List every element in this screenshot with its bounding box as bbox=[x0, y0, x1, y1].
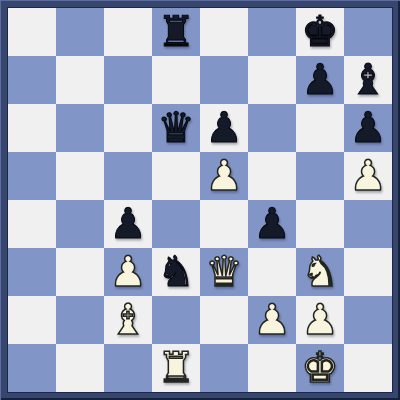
square-d8[interactable]: ♜ bbox=[152, 8, 200, 56]
square-g8[interactable]: ♚ bbox=[296, 8, 344, 56]
square-b1[interactable] bbox=[56, 344, 104, 392]
square-b4[interactable] bbox=[56, 200, 104, 248]
square-h7[interactable]: ♝ bbox=[344, 56, 392, 104]
square-f2[interactable]: ♟ bbox=[248, 296, 296, 344]
piece-white-pawn[interactable]: ♟ bbox=[253, 296, 291, 344]
square-h8[interactable] bbox=[344, 8, 392, 56]
piece-black-pawn[interactable]: ♟ bbox=[253, 200, 291, 248]
square-f5[interactable] bbox=[248, 152, 296, 200]
square-g7[interactable]: ♟ bbox=[296, 56, 344, 104]
square-a7[interactable] bbox=[8, 56, 56, 104]
square-h5[interactable]: ♟ bbox=[344, 152, 392, 200]
square-e8[interactable] bbox=[200, 8, 248, 56]
square-e6[interactable]: ♟ bbox=[200, 104, 248, 152]
piece-white-pawn[interactable]: ♟ bbox=[205, 152, 243, 200]
square-c4[interactable]: ♟ bbox=[104, 200, 152, 248]
square-h4[interactable] bbox=[344, 200, 392, 248]
square-b6[interactable] bbox=[56, 104, 104, 152]
chess-board-frame: ♜♚♟♝♛♟♟♟♟♟♟♟♞♛♞♝♟♟♜♚ bbox=[0, 0, 400, 400]
square-d7[interactable] bbox=[152, 56, 200, 104]
piece-black-king[interactable]: ♚ bbox=[301, 8, 339, 56]
square-g3[interactable]: ♞ bbox=[296, 248, 344, 296]
piece-black-pawn[interactable]: ♟ bbox=[109, 200, 147, 248]
piece-white-knight[interactable]: ♞ bbox=[301, 248, 339, 296]
square-g2[interactable]: ♟ bbox=[296, 296, 344, 344]
square-e3[interactable]: ♛ bbox=[200, 248, 248, 296]
square-b5[interactable] bbox=[56, 152, 104, 200]
square-a3[interactable] bbox=[8, 248, 56, 296]
piece-white-pawn[interactable]: ♟ bbox=[109, 248, 147, 296]
square-c3[interactable]: ♟ bbox=[104, 248, 152, 296]
square-e4[interactable] bbox=[200, 200, 248, 248]
square-a1[interactable] bbox=[8, 344, 56, 392]
square-d5[interactable] bbox=[152, 152, 200, 200]
square-h2[interactable] bbox=[344, 296, 392, 344]
square-a4[interactable] bbox=[8, 200, 56, 248]
square-d6[interactable]: ♛ bbox=[152, 104, 200, 152]
square-a5[interactable] bbox=[8, 152, 56, 200]
piece-black-queen[interactable]: ♛ bbox=[157, 104, 195, 152]
square-d1[interactable]: ♜ bbox=[152, 344, 200, 392]
square-c6[interactable] bbox=[104, 104, 152, 152]
square-a6[interactable] bbox=[8, 104, 56, 152]
piece-black-rook[interactable]: ♜ bbox=[157, 8, 195, 56]
square-f6[interactable] bbox=[248, 104, 296, 152]
square-d4[interactable] bbox=[152, 200, 200, 248]
square-c5[interactable] bbox=[104, 152, 152, 200]
square-c7[interactable] bbox=[104, 56, 152, 104]
piece-white-queen[interactable]: ♛ bbox=[205, 248, 243, 296]
square-d3[interactable]: ♞ bbox=[152, 248, 200, 296]
piece-black-knight[interactable]: ♞ bbox=[157, 248, 195, 296]
square-g4[interactable] bbox=[296, 200, 344, 248]
piece-white-king[interactable]: ♚ bbox=[301, 344, 339, 392]
square-c1[interactable] bbox=[104, 344, 152, 392]
piece-white-bishop[interactable]: ♝ bbox=[109, 296, 147, 344]
piece-white-rook[interactable]: ♜ bbox=[157, 344, 195, 392]
square-e7[interactable] bbox=[200, 56, 248, 104]
square-g6[interactable] bbox=[296, 104, 344, 152]
square-f4[interactable]: ♟ bbox=[248, 200, 296, 248]
square-f3[interactable] bbox=[248, 248, 296, 296]
piece-black-pawn[interactable]: ♟ bbox=[205, 104, 243, 152]
square-c2[interactable]: ♝ bbox=[104, 296, 152, 344]
square-g5[interactable] bbox=[296, 152, 344, 200]
square-e1[interactable] bbox=[200, 344, 248, 392]
square-d2[interactable] bbox=[152, 296, 200, 344]
square-b3[interactable] bbox=[56, 248, 104, 296]
square-b7[interactable] bbox=[56, 56, 104, 104]
square-g1[interactable]: ♚ bbox=[296, 344, 344, 392]
piece-black-pawn[interactable]: ♟ bbox=[301, 56, 339, 104]
square-a2[interactable] bbox=[8, 296, 56, 344]
chess-board: ♜♚♟♝♛♟♟♟♟♟♟♟♞♛♞♝♟♟♜♚ bbox=[8, 8, 392, 392]
piece-white-pawn[interactable]: ♟ bbox=[349, 152, 387, 200]
piece-black-pawn[interactable]: ♟ bbox=[349, 104, 387, 152]
piece-black-bishop[interactable]: ♝ bbox=[349, 56, 387, 104]
square-b8[interactable] bbox=[56, 8, 104, 56]
square-f1[interactable] bbox=[248, 344, 296, 392]
square-e5[interactable]: ♟ bbox=[200, 152, 248, 200]
square-h6[interactable]: ♟ bbox=[344, 104, 392, 152]
piece-white-pawn[interactable]: ♟ bbox=[301, 296, 339, 344]
square-c8[interactable] bbox=[104, 8, 152, 56]
square-f7[interactable] bbox=[248, 56, 296, 104]
square-h3[interactable] bbox=[344, 248, 392, 296]
square-f8[interactable] bbox=[248, 8, 296, 56]
square-h1[interactable] bbox=[344, 344, 392, 392]
square-b2[interactable] bbox=[56, 296, 104, 344]
square-e2[interactable] bbox=[200, 296, 248, 344]
square-a8[interactable] bbox=[8, 8, 56, 56]
